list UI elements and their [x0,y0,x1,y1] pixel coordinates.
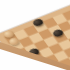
checker-piece-black[interactable] [31,18,44,27]
board-photo [0,0,70,70]
board-grid [4,6,70,70]
checkers-board [0,0,70,70]
board-frame [0,0,70,70]
